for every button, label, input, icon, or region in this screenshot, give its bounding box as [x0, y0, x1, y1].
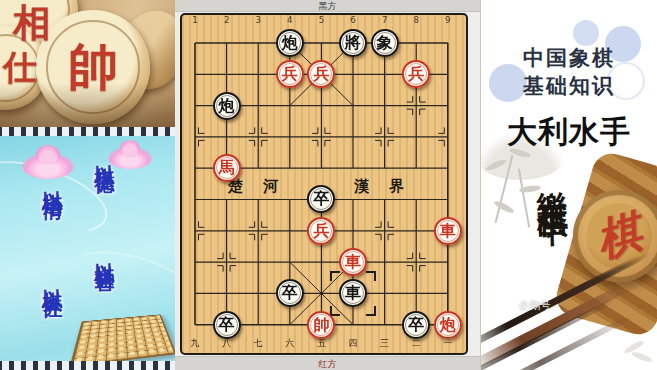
left-decor-panel: 相 仕 帥 以棋促德 以棋益智 以棋冶情 以棋养性 — [0, 0, 175, 370]
xiangqi-game-window: 黑方 楚河 漢界 123456789九八七六五四三二一 炮將象兵兵兵炮馬卒兵車車… — [175, 0, 480, 370]
photo-xiangqi-pieces: 相 仕 帥 — [0, 0, 175, 127]
watermark-logo-icon — [505, 301, 516, 312]
xiangqi-piece-red[interactable]: 兵 — [276, 60, 304, 88]
file-number-top: 9 — [439, 15, 457, 25]
slogan-2: 以棋益智 — [94, 247, 115, 259]
title-line1: 中国象棋 — [481, 44, 657, 72]
xiangqi-piece-black[interactable]: 炮 — [276, 29, 304, 57]
file-number-top: 7 — [376, 15, 394, 25]
xiangqi-piece-black[interactable]: 卒 — [276, 279, 304, 307]
file-number-top: 5 — [312, 15, 330, 25]
right-decor-panel: 中国象棋 基础知识 大利水手 棋 樂在棋中 企鹅号 — [480, 0, 657, 370]
xiangqi-piece-red[interactable]: 車 — [434, 217, 462, 245]
filmstrip-bottom — [0, 361, 175, 370]
decor-circle — [573, 20, 599, 46]
xiangqi-piece-red[interactable]: 馬 — [213, 154, 241, 182]
watermark: 企鹅号 — [505, 299, 551, 313]
file-number-top: 2 — [218, 15, 236, 25]
xiangqi-piece-black[interactable]: 卒 — [402, 311, 430, 339]
xiangqi-piece-red[interactable]: 兵 — [307, 217, 335, 245]
grass-sketch — [615, 326, 655, 366]
xiangqi-piece-red[interactable]: 兵 — [307, 60, 335, 88]
xiangqi-piece-black[interactable]: 將 — [339, 29, 367, 57]
filmstrip-top — [0, 127, 175, 136]
file-number-top: 1 — [186, 15, 204, 25]
screenshot-root: 相 仕 帥 以棋促德 以棋益智 以棋冶情 以棋养性 黑方 楚河 漢界 12345… — [0, 0, 657, 370]
xiangqi-piece-black[interactable]: 卒 — [307, 185, 335, 213]
slogan-4: 以棋养性 — [42, 273, 63, 285]
file-number-top: 4 — [281, 15, 299, 25]
xiangqi-piece-red[interactable]: 炮 — [434, 311, 462, 339]
slogan-3: 以棋冶情 — [42, 175, 63, 187]
title-line2: 基础知识 — [481, 72, 657, 100]
slogan-panel: 以棋促德 以棋益智 以棋冶情 以棋养性 — [0, 127, 175, 370]
file-number-top: 3 — [249, 15, 267, 25]
red-side-label: 红方 — [175, 356, 480, 370]
xiangqi-piece-black[interactable]: 象 — [371, 29, 399, 57]
xiangqi-piece-black[interactable]: 炮 — [213, 92, 241, 120]
xiangqi-board[interactable]: 楚河 漢界 123456789九八七六五四三二一 炮將象兵兵兵炮馬卒兵車車卒車卒… — [180, 13, 468, 355]
photo-piece-shuai: 帥 — [36, 10, 150, 124]
subtitle: 大利水手 — [481, 112, 657, 153]
file-number-top: 8 — [407, 15, 425, 25]
xiangqi-piece-red[interactable]: 兵 — [402, 60, 430, 88]
mini-xiangqi-board-image — [70, 314, 175, 367]
slogan-1: 以棋促德 — [94, 149, 115, 161]
file-number-top: 6 — [344, 15, 362, 25]
xiangqi-piece-red[interactable]: 帥 — [307, 311, 335, 339]
black-side-label: 黑方 — [175, 0, 480, 12]
pieces-grid: 炮將象兵兵兵炮馬卒兵車車卒車卒帥卒炮 — [179, 27, 463, 340]
xiangqi-piece-red[interactable]: 車 — [339, 248, 367, 276]
xiangqi-piece-black[interactable]: 卒 — [213, 311, 241, 339]
